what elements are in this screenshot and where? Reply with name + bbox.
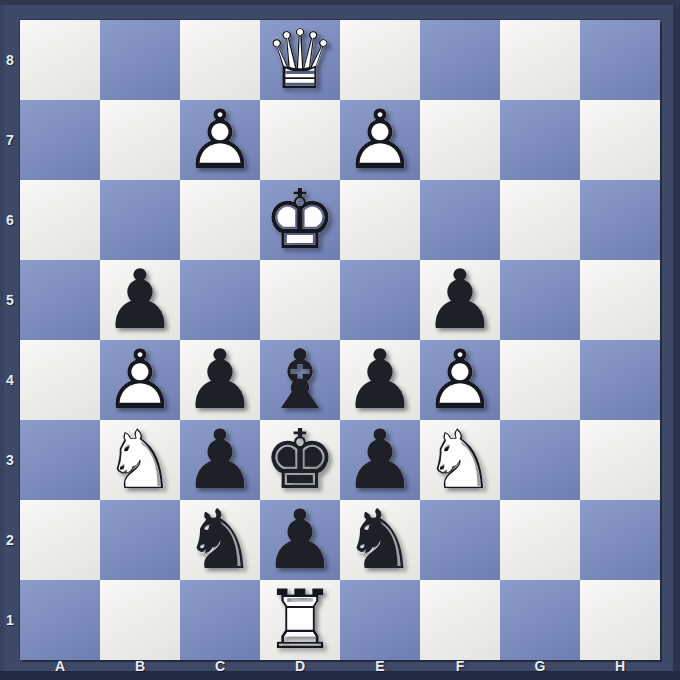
black-pawn-fill: ♟ <box>260 500 340 580</box>
square-f7[interactable] <box>420 100 500 180</box>
square-c3[interactable]: ♙♟ <box>180 420 260 500</box>
square-f6[interactable] <box>420 180 500 260</box>
white-king-outline: ♔ <box>260 180 340 260</box>
black-knight-fill: ♞ <box>180 500 260 580</box>
square-c7[interactable]: ♟♙ <box>180 100 260 180</box>
square-e5[interactable] <box>340 260 420 340</box>
black-pawn-fill: ♟ <box>340 340 420 420</box>
square-e3[interactable]: ♙♟ <box>340 420 420 500</box>
square-d3[interactable]: ♔♚ <box>260 420 340 500</box>
file-label-g: G <box>500 658 580 674</box>
square-g3[interactable] <box>500 420 580 500</box>
square-c2[interactable]: ♘♞ <box>180 500 260 580</box>
square-e7[interactable]: ♟♙ <box>340 100 420 180</box>
square-d6[interactable]: ♚♔ <box>260 180 340 260</box>
white-pawn-outline: ♙ <box>420 340 500 420</box>
piece-b3-white-knight[interactable]: ♞♘ <box>100 420 180 500</box>
square-c5[interactable] <box>180 260 260 340</box>
piece-d3-black-king[interactable]: ♔♚ <box>260 420 340 500</box>
square-f8[interactable] <box>420 20 500 100</box>
square-d2[interactable]: ♙♟ <box>260 500 340 580</box>
square-d5[interactable] <box>260 260 340 340</box>
white-knight-outline: ♘ <box>100 420 180 500</box>
square-e6[interactable] <box>340 180 420 260</box>
square-e4[interactable]: ♙♟ <box>340 340 420 420</box>
black-pawn-fill: ♟ <box>420 260 500 340</box>
square-a6[interactable] <box>20 180 100 260</box>
rank-label-5: 5 <box>0 260 20 340</box>
white-pawn-outline: ♙ <box>180 100 260 180</box>
square-g7[interactable] <box>500 100 580 180</box>
square-h5[interactable] <box>580 260 660 340</box>
white-pawn-outline: ♙ <box>100 340 180 420</box>
square-f1[interactable] <box>420 580 500 660</box>
square-b4[interactable]: ♟♙ <box>100 340 180 420</box>
square-b6[interactable] <box>100 180 180 260</box>
file-label-d: D <box>260 658 340 674</box>
piece-d6-white-king[interactable]: ♚♔ <box>260 180 340 260</box>
square-h7[interactable] <box>580 100 660 180</box>
piece-f5-black-pawn[interactable]: ♙♟ <box>420 260 500 340</box>
square-b8[interactable] <box>100 20 180 100</box>
piece-c7-white-pawn[interactable]: ♟♙ <box>180 100 260 180</box>
square-b7[interactable] <box>100 100 180 180</box>
file-label-h: H <box>580 658 660 674</box>
file-label-f: F <box>420 658 500 674</box>
square-f2[interactable] <box>420 500 500 580</box>
board-squares: ♛♕♟♙♟♙♚♔♙♟♙♟♟♙♙♟♗♝♙♟♟♙♞♘♙♟♔♚♙♟♞♘♘♞♙♟♘♞♜♖ <box>20 20 660 660</box>
square-c6[interactable] <box>180 180 260 260</box>
square-a5[interactable] <box>20 260 100 340</box>
square-e2[interactable]: ♘♞ <box>340 500 420 580</box>
piece-f4-white-pawn[interactable]: ♟♙ <box>420 340 500 420</box>
piece-d8-white-queen[interactable]: ♛♕ <box>260 20 340 100</box>
black-bishop-fill: ♝ <box>260 340 340 420</box>
square-h2[interactable] <box>580 500 660 580</box>
piece-d1-white-rook[interactable]: ♜♖ <box>260 580 340 660</box>
piece-e3-black-pawn[interactable]: ♙♟ <box>340 420 420 500</box>
piece-c4-black-pawn[interactable]: ♙♟ <box>180 340 260 420</box>
piece-f3-white-knight[interactable]: ♞♘ <box>420 420 500 500</box>
black-pawn-fill: ♟ <box>180 420 260 500</box>
square-h6[interactable] <box>580 180 660 260</box>
rank-label-7: 7 <box>0 100 20 180</box>
square-h8[interactable] <box>580 20 660 100</box>
square-b3[interactable]: ♞♘ <box>100 420 180 500</box>
square-a3[interactable] <box>20 420 100 500</box>
white-knight-outline: ♘ <box>420 420 500 500</box>
square-f5[interactable]: ♙♟ <box>420 260 500 340</box>
square-a8[interactable] <box>20 20 100 100</box>
square-c1[interactable] <box>180 580 260 660</box>
black-pawn-fill: ♟ <box>180 340 260 420</box>
file-label-c: C <box>180 658 260 674</box>
square-c4[interactable]: ♙♟ <box>180 340 260 420</box>
square-g4[interactable] <box>500 340 580 420</box>
black-knight-fill: ♞ <box>340 500 420 580</box>
rank-label-8: 8 <box>0 20 20 100</box>
piece-e7-white-pawn[interactable]: ♟♙ <box>340 100 420 180</box>
square-f3[interactable]: ♞♘ <box>420 420 500 500</box>
piece-c3-black-pawn[interactable]: ♙♟ <box>180 420 260 500</box>
black-pawn-fill: ♟ <box>100 260 180 340</box>
file-label-b: B <box>100 658 180 674</box>
square-g5[interactable] <box>500 260 580 340</box>
square-a4[interactable] <box>20 340 100 420</box>
piece-d4-black-bishop[interactable]: ♗♝ <box>260 340 340 420</box>
file-label-e: E <box>340 658 420 674</box>
square-d4[interactable]: ♗♝ <box>260 340 340 420</box>
square-b5[interactable]: ♙♟ <box>100 260 180 340</box>
piece-b4-white-pawn[interactable]: ♟♙ <box>100 340 180 420</box>
square-g2[interactable] <box>500 500 580 580</box>
white-pawn-outline: ♙ <box>340 100 420 180</box>
rank-label-4: 4 <box>0 340 20 420</box>
square-f4[interactable]: ♟♙ <box>420 340 500 420</box>
square-d7[interactable] <box>260 100 340 180</box>
square-a1[interactable] <box>20 580 100 660</box>
square-g1[interactable] <box>500 580 580 660</box>
square-h4[interactable] <box>580 340 660 420</box>
piece-e4-black-pawn[interactable]: ♙♟ <box>340 340 420 420</box>
square-e1[interactable] <box>340 580 420 660</box>
square-d1[interactable]: ♜♖ <box>260 580 340 660</box>
piece-d2-black-pawn[interactable]: ♙♟ <box>260 500 340 580</box>
square-h1[interactable] <box>580 580 660 660</box>
piece-b5-black-pawn[interactable]: ♙♟ <box>100 260 180 340</box>
file-label-a: A <box>20 658 100 674</box>
square-d8[interactable]: ♛♕ <box>260 20 340 100</box>
black-pawn-fill: ♟ <box>340 420 420 500</box>
white-queen-outline: ♕ <box>260 20 340 100</box>
rank-label-3: 3 <box>0 420 20 500</box>
white-rook-outline: ♖ <box>260 580 340 660</box>
square-g8[interactable] <box>500 20 580 100</box>
square-h3[interactable] <box>580 420 660 500</box>
piece-c2-black-knight[interactable]: ♘♞ <box>180 500 260 580</box>
chess-board: ♛♕♟♙♟♙♚♔♙♟♙♟♟♙♙♟♗♝♙♟♟♙♞♘♙♟♔♚♙♟♞♘♘♞♙♟♘♞♜♖… <box>0 0 680 680</box>
square-e8[interactable] <box>340 20 420 100</box>
black-king-fill: ♚ <box>260 420 340 500</box>
rank-label-1: 1 <box>0 580 20 660</box>
piece-e2-black-knight[interactable]: ♘♞ <box>340 500 420 580</box>
rank-label-2: 2 <box>0 500 20 580</box>
square-b1[interactable] <box>100 580 180 660</box>
square-g6[interactable] <box>500 180 580 260</box>
square-a2[interactable] <box>20 500 100 580</box>
square-a7[interactable] <box>20 100 100 180</box>
rank-label-6: 6 <box>0 180 20 260</box>
square-c8[interactable] <box>180 20 260 100</box>
square-b2[interactable] <box>100 500 180 580</box>
